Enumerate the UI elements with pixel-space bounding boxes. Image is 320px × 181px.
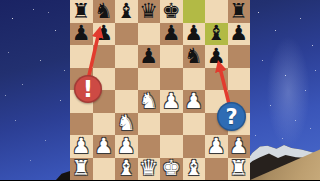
piece-bp-h7[interactable]: ♟ [229, 23, 248, 44]
square-b3[interactable] [93, 113, 116, 136]
square-c7[interactable] [115, 23, 138, 46]
square-a2[interactable]: ♟ [70, 135, 93, 158]
piece-wp-f4[interactable]: ♟ [184, 91, 203, 112]
square-h2[interactable]: ♟ [228, 135, 251, 158]
square-f2[interactable] [183, 135, 206, 158]
piece-wk-e1[interactable]: ♚ [162, 158, 181, 179]
square-g7[interactable]: ♝ [205, 23, 228, 46]
square-b6[interactable] [93, 45, 116, 68]
square-g5[interactable] [205, 68, 228, 91]
square-e2[interactable] [160, 135, 183, 158]
piece-bp-e7[interactable]: ♟ [162, 23, 181, 44]
piece-wb-f1[interactable]: ♝ [184, 158, 203, 179]
square-d3[interactable] [138, 113, 161, 136]
square-e5[interactable] [160, 68, 183, 91]
piece-wn-c3[interactable]: ♞ [117, 113, 136, 134]
piece-wp-e4[interactable]: ♟ [162, 91, 181, 112]
square-a1[interactable]: ♜ [70, 158, 93, 181]
piece-wp-g2[interactable]: ♟ [207, 136, 226, 157]
square-c3[interactable]: ♞ [115, 113, 138, 136]
piece-bq-d8[interactable]: ♛ [139, 1, 158, 22]
square-d1[interactable]: ♛ [138, 158, 161, 181]
square-d7[interactable] [138, 23, 161, 46]
piece-br-a8[interactable]: ♜ [72, 1, 91, 22]
good-move-badge: ! [74, 75, 102, 103]
square-h7[interactable]: ♟ [228, 23, 251, 46]
piece-bn-f6[interactable]: ♞ [184, 46, 203, 67]
piece-bn-b8[interactable]: ♞ [94, 1, 113, 22]
square-e3[interactable] [160, 113, 183, 136]
square-h6[interactable] [228, 45, 251, 68]
mistake-badge: ? [217, 102, 246, 131]
square-a6[interactable] [70, 45, 93, 68]
piece-bb-c8[interactable]: ♝ [117, 1, 136, 22]
square-b2[interactable]: ♟ [93, 135, 116, 158]
piece-bp-g6[interactable]: ♟ [207, 46, 226, 67]
question-symbol: ? [225, 105, 237, 129]
piece-bp-f7[interactable]: ♟ [184, 23, 203, 44]
piece-bp-b7[interactable]: ♟ [94, 23, 113, 44]
square-e7[interactable]: ♟ [160, 23, 183, 46]
piece-wp-a2[interactable]: ♟ [72, 136, 91, 157]
piece-bb-g7[interactable]: ♝ [207, 23, 226, 44]
exclamation-symbol: ! [83, 76, 94, 102]
square-a8[interactable]: ♜ [70, 0, 93, 23]
piece-bp-d6[interactable]: ♟ [139, 46, 158, 67]
square-f3[interactable] [183, 113, 206, 136]
square-d5[interactable] [138, 68, 161, 91]
piece-bp-a7[interactable]: ♟ [72, 23, 91, 44]
square-g2[interactable]: ♟ [205, 135, 228, 158]
square-f8[interactable] [183, 0, 206, 23]
square-c8[interactable]: ♝ [115, 0, 138, 23]
square-c1[interactable]: ♝ [115, 158, 138, 181]
square-c6[interactable] [115, 45, 138, 68]
square-e1[interactable]: ♚ [160, 158, 183, 181]
milky-way-glow [252, 15, 318, 155]
square-d2[interactable] [138, 135, 161, 158]
piece-wp-h2[interactable]: ♟ [229, 136, 248, 157]
square-a7[interactable]: ♟ [70, 23, 93, 46]
square-f7[interactable]: ♟ [183, 23, 206, 46]
square-h1[interactable]: ♜ [228, 158, 251, 181]
square-d6[interactable]: ♟ [138, 45, 161, 68]
square-c4[interactable] [115, 90, 138, 113]
stars [0, 0, 1, 1]
piece-wp-b2[interactable]: ♟ [94, 136, 113, 157]
square-c2[interactable]: ♟ [115, 135, 138, 158]
square-e6[interactable] [160, 45, 183, 68]
square-f4[interactable]: ♟ [183, 90, 206, 113]
piece-wr-h1[interactable]: ♜ [229, 158, 248, 179]
piece-bk-e8[interactable]: ♚ [162, 1, 181, 22]
piece-wb-c1[interactable]: ♝ [117, 158, 136, 179]
square-g1[interactable] [205, 158, 228, 181]
piece-br-h8[interactable]: ♜ [229, 1, 248, 22]
square-e4[interactable]: ♟ [160, 90, 183, 113]
piece-wr-a1[interactable]: ♜ [72, 158, 91, 179]
square-e8[interactable]: ♚ [160, 0, 183, 23]
square-f5[interactable] [183, 68, 206, 91]
piece-wn-d4[interactable]: ♞ [139, 91, 158, 112]
square-g6[interactable]: ♟ [205, 45, 228, 68]
piece-wq-d1[interactable]: ♛ [139, 158, 158, 179]
square-b1[interactable] [93, 158, 116, 181]
square-a3[interactable] [70, 113, 93, 136]
square-c5[interactable] [115, 68, 138, 91]
square-g8[interactable] [205, 0, 228, 23]
piece-wp-c2[interactable]: ♟ [117, 136, 136, 157]
screenshot-stage: ♜♞♝♛♚♜♟♟♟♟♝♟♟♞♟♞♟♟♞♟♟♟♟♟♜♝♛♚♝♜ ! ? [0, 0, 320, 180]
square-b7[interactable]: ♟ [93, 23, 116, 46]
square-d8[interactable]: ♛ [138, 0, 161, 23]
square-b8[interactable]: ♞ [93, 0, 116, 23]
square-f6[interactable]: ♞ [183, 45, 206, 68]
square-h5[interactable] [228, 68, 251, 91]
square-d4[interactable]: ♞ [138, 90, 161, 113]
square-h8[interactable]: ♜ [228, 0, 251, 23]
square-f1[interactable]: ♝ [183, 158, 206, 181]
